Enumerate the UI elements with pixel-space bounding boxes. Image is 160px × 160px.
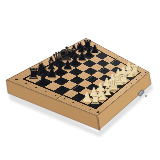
- frame-diamond-mark: [96, 111, 98, 112]
- frame-dot-mark: [54, 95, 56, 96]
- frame-dot-mark: [126, 87, 127, 88]
- frame-dot-mark: [102, 107, 104, 108]
- clasp-pin-icon: [145, 95, 147, 97]
- frame-diamond-mark: [144, 72, 146, 73]
- frame-dot-mark: [35, 87, 37, 88]
- frame-dot-mark: [136, 79, 137, 80]
- frame-dot-mark: [63, 98, 65, 99]
- frame-dot-mark: [45, 91, 47, 92]
- frame-dot-mark: [72, 102, 74, 103]
- frame-dot-mark: [115, 96, 117, 97]
- frame-dot-mark: [25, 83, 28, 84]
- frame-dot-mark: [81, 105, 83, 106]
- frame-dot-mark: [89, 109, 91, 110]
- product-photo-canvas: ♜♞♝♛♚♝♞♜♟♟♟♟♟♟♟♟♟♟♟♟♟♟♟♟♜♞♝♛♚♝♞♜: [0, 0, 160, 160]
- frame-diamond-mark: [15, 79, 18, 80]
- frame-dot-mark: [131, 83, 132, 84]
- frame-dot-mark: [140, 75, 141, 76]
- frame-dot-mark: [120, 92, 122, 93]
- frame-dot-mark: [109, 101, 111, 102]
